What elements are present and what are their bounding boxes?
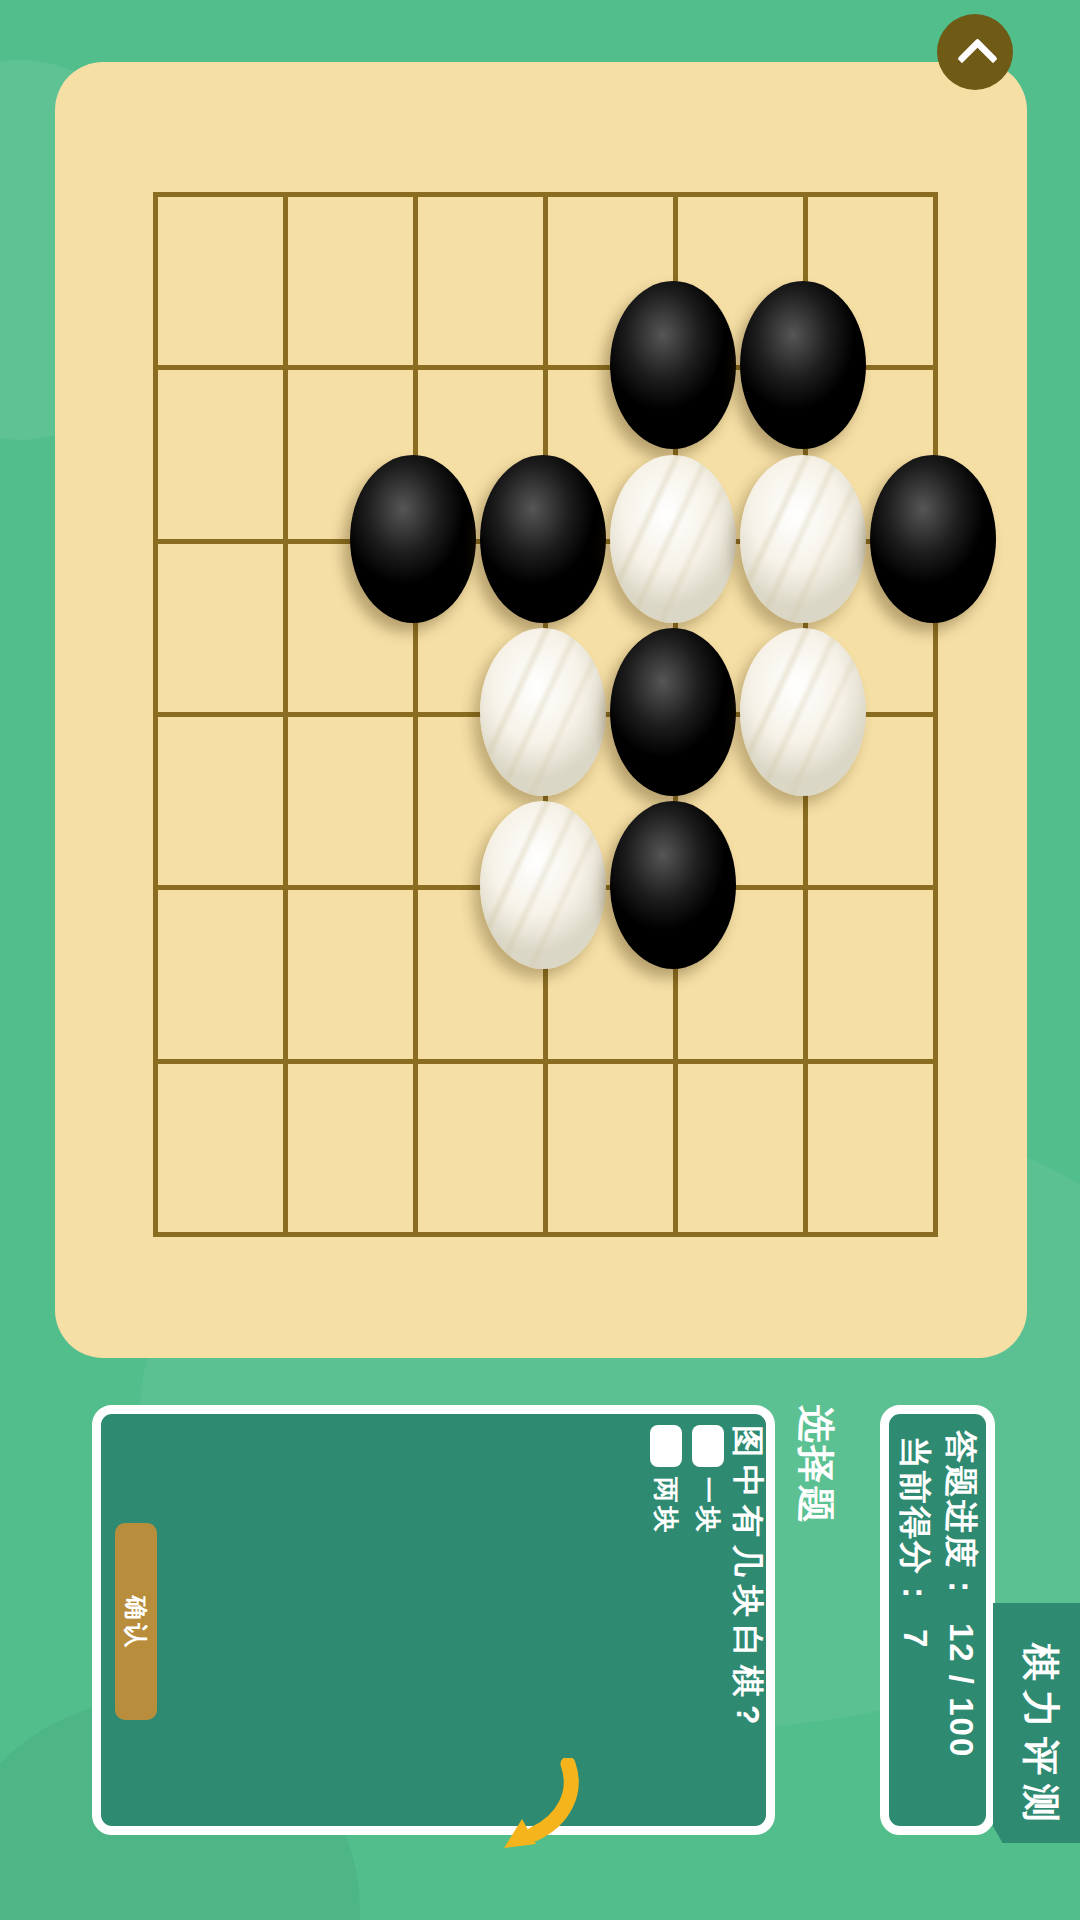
option-label-two-groups: 两块	[653, 1477, 679, 1535]
question-panel	[92, 1405, 775, 1835]
question-text: 图中有几块白棋?	[732, 1425, 764, 1733]
stone-black	[610, 281, 736, 449]
stone-white	[740, 628, 866, 796]
stone-black	[610, 801, 736, 969]
checkbox-option-two-groups[interactable]	[650, 1425, 682, 1467]
score-label: 当前得分：	[897, 1436, 934, 1611]
stone-black	[350, 455, 476, 623]
stone-black	[610, 628, 736, 796]
stone-black	[480, 455, 606, 623]
stone-black	[740, 281, 866, 449]
progress-value: 12 / 100	[943, 1623, 980, 1758]
confirm-button-label: 确认	[124, 1596, 148, 1650]
stone-white	[740, 455, 866, 623]
hint-arrow-icon	[498, 1758, 582, 1850]
stone-white	[480, 628, 606, 796]
score-text: 当前得分：7	[899, 1436, 932, 1649]
option-label-one-group: 一块	[695, 1477, 721, 1535]
stone-black	[870, 455, 996, 623]
quiz-type-label: 选择题	[797, 1405, 835, 1525]
progress-text: 答题进度：12 / 100	[945, 1430, 978, 1758]
collapse-board-button[interactable]	[937, 14, 1013, 90]
stone-white	[480, 801, 606, 969]
mode-corner-tab-label: 棋力评测	[1022, 1643, 1060, 1831]
score-value: 7	[897, 1629, 934, 1649]
progress-label: 答题进度：	[943, 1430, 980, 1605]
chevron-up-icon	[957, 38, 998, 79]
stone-white	[610, 455, 736, 623]
checkbox-option-one-group[interactable]	[692, 1425, 724, 1467]
